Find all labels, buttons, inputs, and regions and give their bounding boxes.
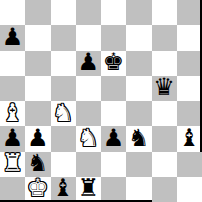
piece-black-king: ♚ [103, 51, 125, 75]
square-h1[interactable] [177, 177, 202, 202]
square-c3[interactable] [51, 126, 76, 151]
square-h6[interactable] [177, 51, 202, 76]
square-g8[interactable] [152, 0, 177, 25]
square-b7[interactable] [25, 25, 50, 50]
square-g1[interactable] [152, 177, 177, 202]
piece-black-queen: ♛ [153, 76, 175, 100]
square-c5[interactable] [51, 76, 76, 101]
square-h5[interactable] [177, 76, 202, 101]
square-b3[interactable]: ♟ [25, 126, 50, 151]
square-a4[interactable]: ♝ [0, 101, 25, 126]
square-e6[interactable]: ♚ [101, 51, 126, 76]
piece-black-pawn: ♟ [103, 126, 125, 150]
square-g3[interactable] [152, 126, 177, 151]
piece-black-bishop: ♝ [179, 126, 201, 150]
square-c4[interactable]: ♞ [51, 101, 76, 126]
square-e1[interactable] [101, 177, 126, 202]
square-h8[interactable] [177, 0, 202, 25]
square-d1[interactable]: ♜ [76, 177, 101, 202]
square-e7[interactable] [101, 25, 126, 50]
board-edge-line-right [200, 0, 202, 152]
square-c7[interactable] [51, 25, 76, 50]
square-b2[interactable]: ♞ [25, 152, 50, 177]
square-e8[interactable] [101, 0, 126, 25]
piece-white-bishop: ♝ [2, 101, 24, 125]
square-g7[interactable] [152, 25, 177, 50]
square-d6[interactable]: ♟ [76, 51, 101, 76]
piece-black-pawn: ♟ [78, 51, 100, 75]
square-f1[interactable] [126, 177, 151, 202]
board-edge-line-bottom [0, 200, 152, 202]
piece-white-knight: ♞ [78, 126, 100, 150]
square-c2[interactable] [51, 152, 76, 177]
square-b8[interactable] [25, 0, 50, 25]
square-f3[interactable]: ♞ [126, 126, 151, 151]
square-g2[interactable] [152, 152, 177, 177]
piece-black-pawn: ♟ [27, 126, 49, 150]
square-a7[interactable]: ♟ [0, 25, 25, 50]
square-a2[interactable]: ♜ [0, 152, 25, 177]
square-b1[interactable]: ♚ [25, 177, 50, 202]
chess-diagram: ♟♟♚♛♝♞♟♟♞♟♞♝♜♞♚♝♜ [0, 0, 202, 202]
piece-white-rook: ♜ [2, 152, 24, 176]
square-b4[interactable] [25, 101, 50, 126]
square-h4[interactable] [177, 101, 202, 126]
square-g6[interactable] [152, 51, 177, 76]
square-d3[interactable]: ♞ [76, 126, 101, 151]
square-a8[interactable] [0, 0, 25, 25]
square-e4[interactable] [101, 101, 126, 126]
square-e5[interactable] [101, 76, 126, 101]
square-b5[interactable] [25, 76, 50, 101]
square-f7[interactable] [126, 25, 151, 50]
square-f8[interactable] [126, 0, 151, 25]
square-h3[interactable]: ♝ [177, 126, 202, 151]
piece-black-bishop: ♝ [52, 177, 74, 201]
piece-black-pawn: ♟ [2, 25, 24, 49]
square-d4[interactable] [76, 101, 101, 126]
square-c8[interactable] [51, 0, 76, 25]
square-b6[interactable] [25, 51, 50, 76]
square-h2[interactable] [177, 152, 202, 177]
square-f5[interactable] [126, 76, 151, 101]
square-h7[interactable] [177, 25, 202, 50]
square-a6[interactable] [0, 51, 25, 76]
square-f6[interactable] [126, 51, 151, 76]
square-d2[interactable] [76, 152, 101, 177]
square-a5[interactable] [0, 76, 25, 101]
piece-black-knight: ♞ [128, 126, 150, 150]
square-f4[interactable] [126, 101, 151, 126]
square-g5[interactable]: ♛ [152, 76, 177, 101]
square-g4[interactable] [152, 101, 177, 126]
square-a1[interactable] [0, 177, 25, 202]
piece-white-king: ♚ [27, 177, 49, 201]
piece-black-knight: ♞ [27, 152, 49, 176]
square-c6[interactable] [51, 51, 76, 76]
square-d7[interactable] [76, 25, 101, 50]
square-e2[interactable] [101, 152, 126, 177]
piece-black-pawn: ♟ [2, 126, 24, 150]
square-a3[interactable]: ♟ [0, 126, 25, 151]
piece-black-rook: ♜ [78, 177, 100, 201]
square-d8[interactable] [76, 0, 101, 25]
chess-board: ♟♟♚♛♝♞♟♟♞♟♞♝♜♞♚♝♜ [0, 0, 202, 202]
piece-white-knight: ♞ [52, 101, 74, 125]
square-f2[interactable] [126, 152, 151, 177]
square-e3[interactable]: ♟ [101, 126, 126, 151]
square-c1[interactable]: ♝ [51, 177, 76, 202]
square-d5[interactable] [76, 76, 101, 101]
